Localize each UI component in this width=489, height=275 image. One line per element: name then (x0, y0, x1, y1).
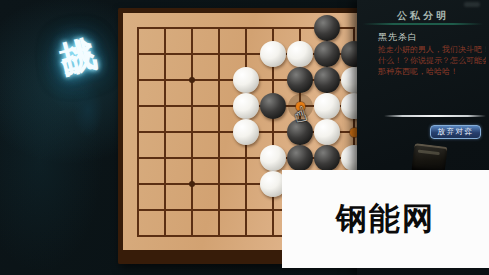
sword-divider (384, 115, 486, 117)
stone-black (314, 145, 340, 171)
stone-white (341, 67, 357, 93)
stone-white (260, 41, 286, 67)
level-title: 公私分明 (357, 9, 489, 23)
stone-black (314, 15, 340, 41)
title-divider (363, 23, 483, 25)
stone-white (260, 145, 286, 171)
hint-marker[interactable] (350, 128, 357, 137)
stone-white (341, 145, 357, 171)
stone-black (287, 145, 313, 171)
give-up-button[interactable]: 放弃对弈 (430, 125, 481, 139)
watermark: 钢能网 (282, 170, 489, 268)
stone-white (233, 67, 259, 93)
watermark-text: 钢能网 (336, 198, 435, 240)
stone-white (287, 41, 313, 67)
stone-black (314, 41, 340, 67)
stone-black (260, 93, 286, 119)
stone-white (314, 93, 340, 119)
stone-black (314, 67, 340, 93)
star-point (189, 181, 195, 187)
game-screen: 挑战 ☝ 公私分明 黑先杀白 抢走小妍的男人，我们决斗吧！ 什么！？你说提示？怎… (0, 0, 489, 275)
dialogue-line: 那种东西呢，哈哈哈！ (378, 66, 486, 77)
dialogue-text: 抢走小妍的男人，我们决斗吧！ 什么！？你说提示？怎么可能会有 那种东西呢，哈哈哈… (378, 44, 486, 77)
corner-smudge (464, 2, 480, 7)
stone-black (341, 41, 357, 67)
stone-white (314, 119, 340, 145)
stone-white (233, 119, 259, 145)
objective-text: 黑先杀白 (378, 31, 418, 44)
dialogue-line: 什么！？你说提示？怎么可能会有 (378, 55, 486, 66)
stone-black (287, 67, 313, 93)
dialogue-line: 抢走小妍的男人，我们决斗吧！ (378, 44, 486, 55)
stone-white (233, 93, 259, 119)
star-point (189, 77, 195, 83)
stone-white (341, 93, 357, 119)
